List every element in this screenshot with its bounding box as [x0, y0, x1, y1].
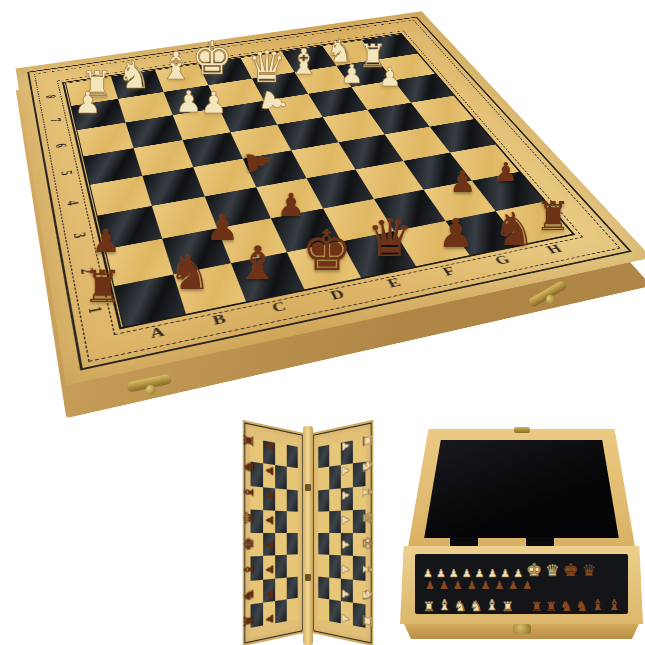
piece-light-bishop: ♝	[288, 44, 320, 80]
piece-dark-pawn: ♟	[494, 159, 517, 185]
piece-dark-rook: ♜	[535, 196, 571, 236]
piece-dark-pawn-fallen: ♟	[241, 146, 275, 178]
main-board-scene: ABCDEFGH12345678 ♞♜♝♚♝♟♛♟♞♟♜♟♟♟♟♟♟♟♜♟♞♟♟…	[0, 0, 645, 645]
piece-light-knight: ♞	[117, 56, 151, 94]
piece-light-pawn: ♟	[340, 61, 363, 87]
piece-light-pawn: ♟	[201, 88, 228, 118]
piece-light-pawn: ♟	[378, 64, 401, 90]
piece-dark-queen: ♛	[367, 212, 414, 264]
pieces-layer: ♞♜♝♚♝♟♛♟♞♟♜♟♟♟♟♟♟♟♜♟♞♟♟♛♚♝♞♜	[0, 0, 645, 645]
piece-dark-pawn: ♟	[450, 167, 477, 197]
piece-dark-pawn: ♟	[207, 210, 239, 246]
piece-dark-knight: ♞	[168, 248, 211, 296]
piece-light-pawn: ♟	[176, 87, 203, 117]
piece-light-queen: ♛	[247, 45, 286, 89]
piece-dark-rook: ♜	[83, 265, 122, 309]
piece-dark-king: ♚	[302, 223, 352, 279]
piece-light-pawn: ♟	[75, 88, 102, 118]
piece-light-pawn-fallen: ♟	[256, 85, 292, 119]
piece-dark-pawn: ♟	[92, 225, 121, 257]
piece-dark-knight: ♞	[493, 206, 534, 252]
case-latch-icon	[513, 624, 531, 634]
piece-light-bishop: ♝	[159, 47, 193, 85]
piece-dark-pawn: ♟	[277, 189, 306, 221]
piece-dark-pawn: ♟	[438, 213, 474, 253]
piece-dark-bishop: ♝	[237, 240, 278, 286]
piece-light-king: ♚	[191, 35, 232, 81]
product-photo-page: { "game": "chess", "product": { "descrip…	[0, 0, 645, 645]
